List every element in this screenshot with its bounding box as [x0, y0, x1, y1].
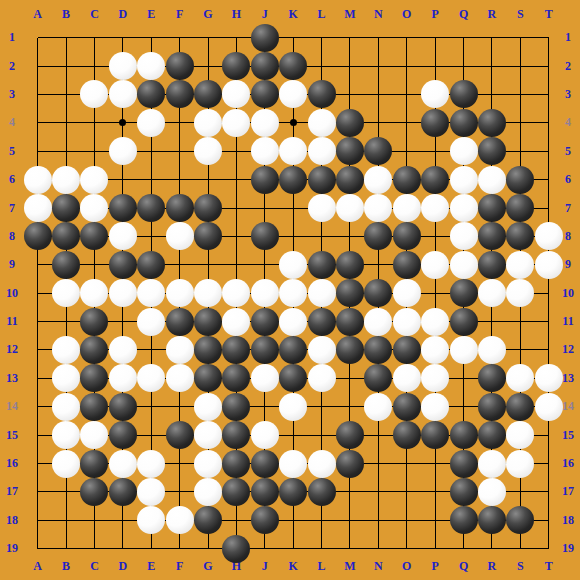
intersection-C10[interactable] — [80, 279, 108, 307]
intersection-L12[interactable] — [307, 336, 335, 364]
intersection-N18[interactable] — [364, 506, 392, 534]
intersection-M8[interactable] — [336, 222, 364, 250]
intersection-K10[interactable] — [279, 279, 307, 307]
intersection-B6[interactable] — [52, 165, 80, 193]
intersection-M4[interactable] — [336, 109, 364, 137]
intersection-G12[interactable] — [194, 336, 222, 364]
intersection-O1[interactable] — [393, 24, 421, 52]
intersection-H15[interactable] — [222, 421, 250, 449]
intersection-F4[interactable] — [165, 109, 193, 137]
intersection-T14[interactable] — [535, 393, 563, 421]
intersection-P19[interactable] — [421, 535, 449, 563]
intersection-T11[interactable] — [535, 307, 563, 335]
intersection-K5[interactable] — [279, 137, 307, 165]
intersection-M6[interactable] — [336, 165, 364, 193]
intersection-P12[interactable] — [421, 336, 449, 364]
intersection-A18[interactable] — [24, 506, 52, 534]
intersection-A11[interactable] — [24, 307, 52, 335]
intersection-J6[interactable] — [251, 165, 279, 193]
intersection-E8[interactable] — [137, 222, 165, 250]
intersection-G3[interactable] — [194, 80, 222, 108]
intersection-G5[interactable] — [194, 137, 222, 165]
intersection-A3[interactable] — [24, 80, 52, 108]
intersection-Q1[interactable] — [449, 24, 477, 52]
intersection-E11[interactable] — [137, 307, 165, 335]
intersection-O17[interactable] — [393, 478, 421, 506]
intersection-C7[interactable] — [80, 194, 108, 222]
intersection-H1[interactable] — [222, 24, 250, 52]
intersection-T8[interactable] — [535, 222, 563, 250]
intersection-B11[interactable] — [52, 307, 80, 335]
intersection-D14[interactable] — [109, 393, 137, 421]
intersection-P4[interactable] — [421, 109, 449, 137]
intersection-O9[interactable] — [393, 251, 421, 279]
intersection-C5[interactable] — [80, 137, 108, 165]
intersection-R14[interactable] — [478, 393, 506, 421]
intersection-R6[interactable] — [478, 165, 506, 193]
intersection-J18[interactable] — [251, 506, 279, 534]
intersection-R4[interactable] — [478, 109, 506, 137]
intersection-C4[interactable] — [80, 109, 108, 137]
intersection-K18[interactable] — [279, 506, 307, 534]
intersection-Q4[interactable] — [449, 109, 477, 137]
intersection-M19[interactable] — [336, 535, 364, 563]
intersection-O10[interactable] — [393, 279, 421, 307]
intersection-L3[interactable] — [307, 80, 335, 108]
intersection-D18[interactable] — [109, 506, 137, 534]
intersection-C11[interactable] — [80, 307, 108, 335]
intersection-M1[interactable] — [336, 24, 364, 52]
intersection-F19[interactable] — [165, 535, 193, 563]
intersection-M5[interactable] — [336, 137, 364, 165]
intersection-P18[interactable] — [421, 506, 449, 534]
intersection-S17[interactable] — [506, 478, 534, 506]
intersection-K11[interactable] — [279, 307, 307, 335]
intersection-M9[interactable] — [336, 251, 364, 279]
intersection-E16[interactable] — [137, 449, 165, 477]
intersection-S19[interactable] — [506, 535, 534, 563]
intersection-B18[interactable] — [52, 506, 80, 534]
intersection-D17[interactable] — [109, 478, 137, 506]
intersection-H10[interactable] — [222, 279, 250, 307]
intersection-G1[interactable] — [194, 24, 222, 52]
intersection-C8[interactable] — [80, 222, 108, 250]
intersection-A14[interactable] — [24, 393, 52, 421]
intersection-N14[interactable] — [364, 393, 392, 421]
intersection-H3[interactable] — [222, 80, 250, 108]
intersection-R10[interactable] — [478, 279, 506, 307]
intersection-L19[interactable] — [307, 535, 335, 563]
intersection-R7[interactable] — [478, 194, 506, 222]
intersection-A7[interactable] — [24, 194, 52, 222]
intersection-G2[interactable] — [194, 52, 222, 80]
intersection-G6[interactable] — [194, 165, 222, 193]
intersection-T12[interactable] — [535, 336, 563, 364]
intersection-D19[interactable] — [109, 535, 137, 563]
intersection-E1[interactable] — [137, 24, 165, 52]
intersection-B13[interactable] — [52, 364, 80, 392]
intersection-E19[interactable] — [137, 535, 165, 563]
intersection-H19[interactable] — [222, 535, 250, 563]
intersection-J11[interactable] — [251, 307, 279, 335]
intersection-D9[interactable] — [109, 251, 137, 279]
intersection-H13[interactable] — [222, 364, 250, 392]
intersection-O15[interactable] — [393, 421, 421, 449]
intersection-T3[interactable] — [535, 80, 563, 108]
intersection-S9[interactable] — [506, 251, 534, 279]
intersection-R8[interactable] — [478, 222, 506, 250]
intersection-S5[interactable] — [506, 137, 534, 165]
intersection-M16[interactable] — [336, 449, 364, 477]
intersection-D8[interactable] — [109, 222, 137, 250]
intersection-J9[interactable] — [251, 251, 279, 279]
intersection-C15[interactable] — [80, 421, 108, 449]
intersection-K12[interactable] — [279, 336, 307, 364]
intersection-T1[interactable] — [535, 24, 563, 52]
intersection-G9[interactable] — [194, 251, 222, 279]
intersection-E18[interactable] — [137, 506, 165, 534]
intersection-R11[interactable] — [478, 307, 506, 335]
intersection-N1[interactable] — [364, 24, 392, 52]
intersection-P13[interactable] — [421, 364, 449, 392]
intersection-F16[interactable] — [165, 449, 193, 477]
intersection-A9[interactable] — [24, 251, 52, 279]
intersection-A16[interactable] — [24, 449, 52, 477]
intersection-P16[interactable] — [421, 449, 449, 477]
intersection-L4[interactable] — [307, 109, 335, 137]
intersection-C6[interactable] — [80, 165, 108, 193]
intersection-B3[interactable] — [52, 80, 80, 108]
intersection-K4[interactable] — [279, 109, 307, 137]
intersection-S8[interactable] — [506, 222, 534, 250]
intersection-A1[interactable] — [24, 24, 52, 52]
intersection-T5[interactable] — [535, 137, 563, 165]
intersection-M15[interactable] — [336, 421, 364, 449]
intersection-R2[interactable] — [478, 52, 506, 80]
intersection-C17[interactable] — [80, 478, 108, 506]
intersection-L10[interactable] — [307, 279, 335, 307]
intersection-C13[interactable] — [80, 364, 108, 392]
intersection-M13[interactable] — [336, 364, 364, 392]
intersection-E2[interactable] — [137, 52, 165, 80]
intersection-A8[interactable] — [24, 222, 52, 250]
intersection-M11[interactable] — [336, 307, 364, 335]
intersection-F17[interactable] — [165, 478, 193, 506]
intersection-Q17[interactable] — [449, 478, 477, 506]
intersection-E14[interactable] — [137, 393, 165, 421]
intersection-J13[interactable] — [251, 364, 279, 392]
intersection-J16[interactable] — [251, 449, 279, 477]
intersection-L6[interactable] — [307, 165, 335, 193]
intersection-N2[interactable] — [364, 52, 392, 80]
intersection-O8[interactable] — [393, 222, 421, 250]
intersection-A15[interactable] — [24, 421, 52, 449]
intersection-C3[interactable] — [80, 80, 108, 108]
intersection-F7[interactable] — [165, 194, 193, 222]
intersection-P6[interactable] — [421, 165, 449, 193]
intersection-Q13[interactable] — [449, 364, 477, 392]
intersection-P11[interactable] — [421, 307, 449, 335]
intersection-M17[interactable] — [336, 478, 364, 506]
intersection-H8[interactable] — [222, 222, 250, 250]
intersection-L15[interactable] — [307, 421, 335, 449]
intersection-S7[interactable] — [506, 194, 534, 222]
intersection-A19[interactable] — [24, 535, 52, 563]
intersection-R13[interactable] — [478, 364, 506, 392]
intersection-J2[interactable] — [251, 52, 279, 80]
intersection-A4[interactable] — [24, 109, 52, 137]
intersection-P1[interactable] — [421, 24, 449, 52]
intersection-J10[interactable] — [251, 279, 279, 307]
intersection-S12[interactable] — [506, 336, 534, 364]
intersection-Q9[interactable] — [449, 251, 477, 279]
intersection-B5[interactable] — [52, 137, 80, 165]
intersection-P3[interactable] — [421, 80, 449, 108]
intersection-G11[interactable] — [194, 307, 222, 335]
intersection-O16[interactable] — [393, 449, 421, 477]
intersection-H11[interactable] — [222, 307, 250, 335]
intersection-R17[interactable] — [478, 478, 506, 506]
intersection-E15[interactable] — [137, 421, 165, 449]
intersection-T15[interactable] — [535, 421, 563, 449]
intersection-P7[interactable] — [421, 194, 449, 222]
intersection-M10[interactable] — [336, 279, 364, 307]
intersection-K14[interactable] — [279, 393, 307, 421]
intersection-S15[interactable] — [506, 421, 534, 449]
intersection-B14[interactable] — [52, 393, 80, 421]
intersection-O4[interactable] — [393, 109, 421, 137]
intersection-Q19[interactable] — [449, 535, 477, 563]
intersection-M7[interactable] — [336, 194, 364, 222]
intersection-O14[interactable] — [393, 393, 421, 421]
intersection-G15[interactable] — [194, 421, 222, 449]
intersection-G10[interactable] — [194, 279, 222, 307]
intersection-H14[interactable] — [222, 393, 250, 421]
intersection-R19[interactable] — [478, 535, 506, 563]
intersection-T13[interactable] — [535, 364, 563, 392]
intersection-R1[interactable] — [478, 24, 506, 52]
intersection-E17[interactable] — [137, 478, 165, 506]
intersection-F1[interactable] — [165, 24, 193, 52]
intersection-D11[interactable] — [109, 307, 137, 335]
intersection-T17[interactable] — [535, 478, 563, 506]
intersection-S3[interactable] — [506, 80, 534, 108]
intersection-K6[interactable] — [279, 165, 307, 193]
intersection-O12[interactable] — [393, 336, 421, 364]
intersection-O18[interactable] — [393, 506, 421, 534]
intersection-B2[interactable] — [52, 52, 80, 80]
intersection-D4[interactable] — [109, 109, 137, 137]
intersection-S10[interactable] — [506, 279, 534, 307]
intersection-R15[interactable] — [478, 421, 506, 449]
intersection-J17[interactable] — [251, 478, 279, 506]
intersection-T19[interactable] — [535, 535, 563, 563]
intersection-C1[interactable] — [80, 24, 108, 52]
intersection-G4[interactable] — [194, 109, 222, 137]
intersection-D5[interactable] — [109, 137, 137, 165]
intersection-K16[interactable] — [279, 449, 307, 477]
intersection-B1[interactable] — [52, 24, 80, 52]
intersection-G7[interactable] — [194, 194, 222, 222]
intersection-D1[interactable] — [109, 24, 137, 52]
intersection-A13[interactable] — [24, 364, 52, 392]
intersection-T4[interactable] — [535, 109, 563, 137]
intersection-P2[interactable] — [421, 52, 449, 80]
intersection-L8[interactable] — [307, 222, 335, 250]
intersection-H6[interactable] — [222, 165, 250, 193]
intersection-H12[interactable] — [222, 336, 250, 364]
intersection-F8[interactable] — [165, 222, 193, 250]
intersection-B17[interactable] — [52, 478, 80, 506]
intersection-J19[interactable] — [251, 535, 279, 563]
intersection-H9[interactable] — [222, 251, 250, 279]
intersection-N7[interactable] — [364, 194, 392, 222]
intersection-Q11[interactable] — [449, 307, 477, 335]
intersection-S18[interactable] — [506, 506, 534, 534]
intersection-K15[interactable] — [279, 421, 307, 449]
intersection-K13[interactable] — [279, 364, 307, 392]
intersection-H16[interactable] — [222, 449, 250, 477]
intersection-H18[interactable] — [222, 506, 250, 534]
intersection-K9[interactable] — [279, 251, 307, 279]
intersection-S4[interactable] — [506, 109, 534, 137]
intersection-S6[interactable] — [506, 165, 534, 193]
intersection-K7[interactable] — [279, 194, 307, 222]
intersection-B9[interactable] — [52, 251, 80, 279]
intersection-J7[interactable] — [251, 194, 279, 222]
intersection-J14[interactable] — [251, 393, 279, 421]
intersection-P15[interactable] — [421, 421, 449, 449]
intersection-B19[interactable] — [52, 535, 80, 563]
intersection-L17[interactable] — [307, 478, 335, 506]
intersection-B7[interactable] — [52, 194, 80, 222]
intersection-H4[interactable] — [222, 109, 250, 137]
intersection-R16[interactable] — [478, 449, 506, 477]
intersection-J1[interactable] — [251, 24, 279, 52]
intersection-D16[interactable] — [109, 449, 137, 477]
intersection-B12[interactable] — [52, 336, 80, 364]
intersection-L9[interactable] — [307, 251, 335, 279]
intersection-A5[interactable] — [24, 137, 52, 165]
intersection-A2[interactable] — [24, 52, 52, 80]
intersection-O13[interactable] — [393, 364, 421, 392]
intersection-A6[interactable] — [24, 165, 52, 193]
intersection-E4[interactable] — [137, 109, 165, 137]
intersection-S14[interactable] — [506, 393, 534, 421]
intersection-J12[interactable] — [251, 336, 279, 364]
intersection-T6[interactable] — [535, 165, 563, 193]
intersection-N11[interactable] — [364, 307, 392, 335]
intersection-Q14[interactable] — [449, 393, 477, 421]
intersection-O19[interactable] — [393, 535, 421, 563]
intersection-F6[interactable] — [165, 165, 193, 193]
intersection-C2[interactable] — [80, 52, 108, 80]
intersection-S11[interactable] — [506, 307, 534, 335]
intersection-Q10[interactable] — [449, 279, 477, 307]
intersection-M14[interactable] — [336, 393, 364, 421]
intersection-F15[interactable] — [165, 421, 193, 449]
intersection-R18[interactable] — [478, 506, 506, 534]
intersection-F10[interactable] — [165, 279, 193, 307]
intersection-C16[interactable] — [80, 449, 108, 477]
intersection-L14[interactable] — [307, 393, 335, 421]
intersection-L11[interactable] — [307, 307, 335, 335]
intersection-P14[interactable] — [421, 393, 449, 421]
intersection-N19[interactable] — [364, 535, 392, 563]
intersection-O2[interactable] — [393, 52, 421, 80]
intersection-Q3[interactable] — [449, 80, 477, 108]
intersection-G16[interactable] — [194, 449, 222, 477]
intersection-L7[interactable] — [307, 194, 335, 222]
intersection-H5[interactable] — [222, 137, 250, 165]
intersection-D7[interactable] — [109, 194, 137, 222]
intersection-T2[interactable] — [535, 52, 563, 80]
intersection-T7[interactable] — [535, 194, 563, 222]
intersection-A10[interactable] — [24, 279, 52, 307]
intersection-Q8[interactable] — [449, 222, 477, 250]
intersection-D10[interactable] — [109, 279, 137, 307]
intersection-N8[interactable] — [364, 222, 392, 250]
intersection-M3[interactable] — [336, 80, 364, 108]
intersection-P9[interactable] — [421, 251, 449, 279]
intersection-D3[interactable] — [109, 80, 137, 108]
intersection-T9[interactable] — [535, 251, 563, 279]
intersection-N15[interactable] — [364, 421, 392, 449]
intersection-M12[interactable] — [336, 336, 364, 364]
intersection-F9[interactable] — [165, 251, 193, 279]
intersection-S1[interactable] — [506, 24, 534, 52]
intersection-F2[interactable] — [165, 52, 193, 80]
intersection-P10[interactable] — [421, 279, 449, 307]
intersection-O5[interactable] — [393, 137, 421, 165]
intersection-N3[interactable] — [364, 80, 392, 108]
intersection-E13[interactable] — [137, 364, 165, 392]
intersection-J3[interactable] — [251, 80, 279, 108]
intersection-N6[interactable] — [364, 165, 392, 193]
intersection-F11[interactable] — [165, 307, 193, 335]
intersection-B10[interactable] — [52, 279, 80, 307]
intersection-L13[interactable] — [307, 364, 335, 392]
intersection-G8[interactable] — [194, 222, 222, 250]
intersection-J4[interactable] — [251, 109, 279, 137]
intersection-L5[interactable] — [307, 137, 335, 165]
intersection-H7[interactable] — [222, 194, 250, 222]
intersection-G19[interactable] — [194, 535, 222, 563]
intersection-F18[interactable] — [165, 506, 193, 534]
intersection-J15[interactable] — [251, 421, 279, 449]
intersection-O7[interactable] — [393, 194, 421, 222]
intersection-D12[interactable] — [109, 336, 137, 364]
intersection-G17[interactable] — [194, 478, 222, 506]
intersection-J5[interactable] — [251, 137, 279, 165]
intersection-K19[interactable] — [279, 535, 307, 563]
intersection-T16[interactable] — [535, 449, 563, 477]
intersection-R3[interactable] — [478, 80, 506, 108]
intersection-R5[interactable] — [478, 137, 506, 165]
intersection-E6[interactable] — [137, 165, 165, 193]
intersection-E5[interactable] — [137, 137, 165, 165]
intersection-A17[interactable] — [24, 478, 52, 506]
intersection-S13[interactable] — [506, 364, 534, 392]
intersection-M2[interactable] — [336, 52, 364, 80]
intersection-O3[interactable] — [393, 80, 421, 108]
intersection-B8[interactable] — [52, 222, 80, 250]
intersection-N16[interactable] — [364, 449, 392, 477]
intersection-C9[interactable] — [80, 251, 108, 279]
intersection-N4[interactable] — [364, 109, 392, 137]
intersection-C18[interactable] — [80, 506, 108, 534]
intersection-Q16[interactable] — [449, 449, 477, 477]
